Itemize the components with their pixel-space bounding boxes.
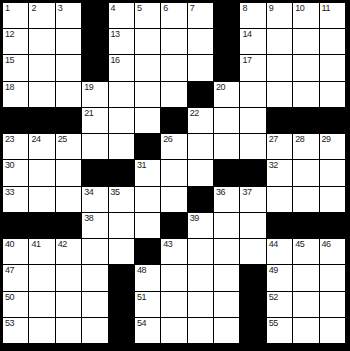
blocked-cell [240,318,265,343]
clue-number: 25 [58,135,67,144]
crossword-cell[interactable] [293,82,318,107]
blocked-cell [267,213,292,238]
blocked-cell [161,213,186,238]
crossword-cell[interactable] [56,82,81,107]
crossword-cell[interactable] [188,55,213,80]
crossword-cell[interactable] [293,55,318,80]
crossword-cell[interactable]: 53 [3,318,28,343]
clue-number: 34 [84,188,93,197]
blocked-cell [293,213,318,238]
crossword-cell[interactable]: 6 [161,3,186,28]
crossword-cell[interactable]: 8 [240,3,265,28]
blocked-cell [56,213,81,238]
crossword-cell[interactable]: 21 [82,108,107,133]
crossword-cell[interactable]: 24 [29,134,54,159]
blocked-cell [188,187,213,212]
crossword-cell[interactable]: 47 [3,265,28,290]
blocked-cell [109,292,134,317]
crossword-cell[interactable] [320,29,345,54]
clue-number: 32 [269,161,278,170]
crossword-cell[interactable]: 40 [3,239,28,264]
crossword-cell[interactable]: 13 [109,29,134,54]
crossword-cell[interactable]: 27 [267,134,292,159]
clue-number: 36 [216,188,225,197]
clue-number: 53 [5,319,14,328]
blocked-cell [82,160,107,185]
crossword-cell[interactable] [293,160,318,185]
crossword-cell[interactable] [82,292,107,317]
blocked-cell [109,160,134,185]
blocked-cell [267,108,292,133]
crossword-cell[interactable] [56,160,81,185]
crossword-cell[interactable] [214,213,239,238]
crossword-cell[interactable]: 1 [3,3,28,28]
blocked-cell [161,108,186,133]
clue-number: 29 [322,135,331,144]
crossword-cell[interactable] [320,292,345,317]
crossword-cell[interactable]: 18 [3,82,28,107]
clue-number: 54 [137,319,146,328]
clue-number: 35 [111,188,120,197]
clue-number: 15 [5,56,14,65]
crossword-cell[interactable] [161,55,186,80]
clue-number: 48 [137,266,146,275]
crossword-cell[interactable]: 54 [135,318,160,343]
clue-number: 43 [163,240,172,249]
blocked-cell [320,108,345,133]
blocked-cell [29,213,54,238]
crossword-cell[interactable] [109,213,134,238]
crossword-cell[interactable] [188,239,213,264]
blocked-cell [135,239,160,264]
crossword-cell[interactable] [240,213,265,238]
crossword-cell[interactable] [320,318,345,343]
crossword-cell[interactable]: 55 [267,318,292,343]
crossword-cell[interactable] [161,292,186,317]
crossword-cell[interactable]: 29 [320,134,345,159]
crossword-cell[interactable]: 17 [240,55,265,80]
clue-number: 13 [111,30,120,39]
crossword-cell[interactable] [267,187,292,212]
clue-number: 21 [84,109,93,118]
crossword-cell[interactable] [161,82,186,107]
clue-number: 5 [137,4,142,13]
crossword-cell[interactable]: 42 [56,239,81,264]
blocked-cell [188,82,213,107]
clue-number: 30 [5,161,14,170]
blocked-cell [109,265,134,290]
crossword-cell[interactable] [82,239,107,264]
crossword-cell[interactable] [214,265,239,290]
crossword-cell[interactable] [188,160,213,185]
blocked-cell [240,265,265,290]
crossword-cell[interactable]: 48 [135,265,160,290]
clue-number: 44 [269,240,278,249]
crossword-cell[interactable] [82,318,107,343]
clue-number: 24 [31,135,40,144]
clue-number: 47 [5,266,14,275]
crossword-cell[interactable] [29,265,54,290]
clue-number: 39 [190,214,199,223]
blocked-cell [3,108,28,133]
clue-number: 14 [242,30,251,39]
clue-number: 51 [137,293,146,302]
crossword-cell[interactable]: 45 [293,239,318,264]
crossword-cell[interactable]: 26 [161,134,186,159]
blocked-cell [214,55,239,80]
crossword-cell[interactable]: 31 [135,160,160,185]
clue-number: 55 [269,319,278,328]
crossword-cell[interactable]: 3 [56,3,81,28]
clue-number: 1 [5,4,10,13]
crossword-cell[interactable] [188,134,213,159]
clue-number: 8 [242,4,247,13]
crossword-cell[interactable] [161,160,186,185]
crossword-cell[interactable]: 50 [3,292,28,317]
blocked-cell [214,3,239,28]
crossword-cell[interactable]: 12 [3,29,28,54]
crossword-cell[interactable] [320,55,345,80]
crossword-cell[interactable] [267,82,292,107]
crossword-cell[interactable] [29,187,54,212]
crossword-cell[interactable] [56,29,81,54]
clue-number: 18 [5,83,14,92]
clue-number: 22 [190,109,199,118]
blocked-cell [293,108,318,133]
crossword-cell[interactable]: 51 [135,292,160,317]
crossword-cell[interactable]: 14 [240,29,265,54]
crossword-cell[interactable]: 33 [3,187,28,212]
blocked-cell [214,29,239,54]
clue-number: 46 [322,240,331,249]
crossword-cell[interactable] [293,318,318,343]
clue-number: 28 [295,135,304,144]
crossword-cell[interactable] [188,265,213,290]
clue-number: 11 [322,4,330,13]
crossword-cell[interactable] [161,29,186,54]
crossword-cell[interactable] [135,82,160,107]
crossword-cell[interactable]: 7 [188,3,213,28]
crossword-cell[interactable] [188,318,213,343]
blocked-cell [82,55,107,80]
crossword-cell[interactable] [29,29,54,54]
crossword-board-frame: 1234567891011121314151617181920212223242… [0,0,350,351]
crossword-cell[interactable] [135,187,160,212]
crossword-cell[interactable] [109,108,134,133]
crossword-cell[interactable] [214,318,239,343]
clue-number: 42 [58,240,67,249]
crossword-cell[interactable]: 35 [109,187,134,212]
crossword-cell[interactable]: 38 [82,213,107,238]
clue-number: 52 [269,293,278,302]
crossword-cell[interactable]: 39 [188,213,213,238]
crossword-cell[interactable] [29,160,54,185]
crossword-cell[interactable]: 15 [3,55,28,80]
crossword-cell[interactable] [135,213,160,238]
crossword-cell[interactable]: 2 [29,3,54,28]
clue-number: 12 [5,30,14,39]
crossword-cell[interactable] [214,108,239,133]
crossword-cell[interactable] [240,108,265,133]
clue-number: 27 [269,135,278,144]
crossword-cell[interactable]: 43 [161,239,186,264]
blocked-cell [214,160,239,185]
blocked-cell [56,108,81,133]
blocked-cell [240,292,265,317]
crossword-cell[interactable] [109,82,134,107]
clue-number: 45 [295,240,304,249]
crossword-grid: 1234567891011121314151617181920212223242… [3,3,345,343]
blocked-cell [320,213,345,238]
crossword-cell[interactable] [320,187,345,212]
crossword-cell[interactable] [56,292,81,317]
blocked-cell [135,134,160,159]
clue-number: 33 [5,188,14,197]
crossword-cell[interactable]: 19 [82,82,107,107]
crossword-cell[interactable] [29,55,54,80]
crossword-cell[interactable]: 9 [267,3,292,28]
crossword-cell[interactable] [56,55,81,80]
crossword-cell[interactable]: 16 [109,55,134,80]
clue-number: 49 [269,266,278,275]
clue-number: 4 [111,4,116,13]
clue-number: 3 [58,4,63,13]
crossword-cell[interactable] [161,265,186,290]
crossword-cell[interactable]: 4 [109,3,134,28]
crossword-cell[interactable] [109,134,134,159]
crossword-cell[interactable]: 23 [3,134,28,159]
blocked-cell [240,160,265,185]
crossword-cell[interactable]: 36 [214,187,239,212]
clue-number: 6 [163,4,168,13]
clue-number: 20 [216,83,225,92]
clue-number: 26 [163,135,172,144]
clue-number: 23 [5,135,14,144]
clue-number: 31 [137,161,146,170]
crossword-cell[interactable] [214,292,239,317]
crossword-cell[interactable] [161,318,186,343]
crossword-cell[interactable]: 28 [293,134,318,159]
crossword-cell[interactable]: 5 [135,3,160,28]
crossword-cell[interactable] [135,29,160,54]
crossword-cell[interactable] [188,292,213,317]
crossword-cell[interactable] [240,82,265,107]
crossword-cell[interactable] [240,134,265,159]
clue-number: 16 [111,56,120,65]
clue-number: 17 [242,56,251,65]
crossword-cell[interactable]: 25 [56,134,81,159]
crossword-cell[interactable] [29,292,54,317]
crossword-cell[interactable] [240,239,265,264]
crossword-cell[interactable]: 30 [3,160,28,185]
crossword-cell[interactable]: 22 [188,108,213,133]
crossword-cell[interactable] [29,318,54,343]
crossword-cell[interactable]: 20 [214,82,239,107]
crossword-cell[interactable] [293,292,318,317]
clue-number: 7 [190,4,195,13]
crossword-cell[interactable] [161,187,186,212]
blocked-cell [3,213,28,238]
crossword-cell[interactable]: 32 [267,160,292,185]
crossword-cell[interactable]: 37 [240,187,265,212]
crossword-cell[interactable] [82,134,107,159]
blocked-cell [29,108,54,133]
clue-number: 41 [31,240,40,249]
crossword-cell[interactable]: 11 [320,3,345,28]
crossword-cell[interactable]: 49 [267,265,292,290]
crossword-cell[interactable]: 46 [320,239,345,264]
clue-number: 40 [5,240,14,249]
crossword-cell[interactable] [56,318,81,343]
crossword-cell[interactable] [135,55,160,80]
clue-number: 9 [269,4,274,13]
crossword-cell[interactable] [320,265,345,290]
blocked-cell [109,318,134,343]
crossword-cell[interactable] [56,187,81,212]
crossword-cell[interactable] [188,29,213,54]
crossword-cell[interactable]: 41 [29,239,54,264]
crossword-cell[interactable]: 52 [267,292,292,317]
clue-number: 37 [242,188,251,197]
crossword-cell[interactable] [293,29,318,54]
crossword-cell[interactable] [29,82,54,107]
crossword-cell[interactable] [135,108,160,133]
crossword-cell[interactable]: 34 [82,187,107,212]
clue-number: 50 [5,293,14,302]
crossword-cell[interactable] [82,265,107,290]
crossword-cell[interactable] [293,265,318,290]
clue-number: 2 [31,4,36,13]
crossword-cell[interactable] [293,187,318,212]
crossword-cell[interactable] [109,239,134,264]
clue-number: 38 [84,214,93,223]
crossword-cell[interactable] [320,82,345,107]
blocked-cell [82,3,107,28]
crossword-cell[interactable] [214,134,239,159]
crossword-cell[interactable] [56,265,81,290]
crossword-cell[interactable]: 10 [293,3,318,28]
crossword-cell[interactable] [214,239,239,264]
crossword-cell[interactable] [267,55,292,80]
crossword-cell[interactable]: 44 [267,239,292,264]
clue-number: 19 [84,83,93,92]
blocked-cell [82,29,107,54]
crossword-cell[interactable] [267,29,292,54]
crossword-cell[interactable] [320,160,345,185]
clue-number: 10 [295,4,304,13]
